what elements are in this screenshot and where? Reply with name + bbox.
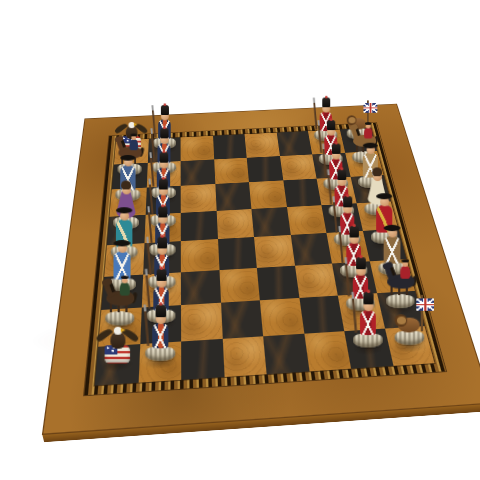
square-d4[interactable] <box>216 209 254 239</box>
product-photo-stage <box>0 0 480 480</box>
square-b4[interactable] <box>214 157 249 184</box>
square-e3[interactable] <box>181 239 219 272</box>
black-pawn-h7[interactable] <box>349 288 388 347</box>
square-c6[interactable] <box>283 179 321 207</box>
square-a3[interactable] <box>181 136 214 161</box>
square-b6[interactable] <box>279 154 316 180</box>
white-pawn-h2[interactable] <box>140 301 179 361</box>
square-c3[interactable] <box>181 184 216 213</box>
square-e5[interactable] <box>254 235 294 268</box>
board-front-edge <box>42 403 480 443</box>
square-f6[interactable] <box>294 263 337 298</box>
square-f3[interactable] <box>181 270 221 305</box>
square-f4[interactable] <box>219 267 260 302</box>
square-h3[interactable] <box>181 338 224 380</box>
square-b3[interactable] <box>181 159 215 186</box>
square-c5[interactable] <box>249 180 286 208</box>
square-f5[interactable] <box>257 265 299 300</box>
square-c4[interactable] <box>215 182 251 210</box>
white-rook-h1[interactable] <box>98 299 137 364</box>
perspective-scene <box>0 0 480 480</box>
square-b5[interactable] <box>247 156 283 182</box>
square-a4[interactable] <box>213 134 247 159</box>
square-h6[interactable] <box>304 331 351 372</box>
square-d3[interactable] <box>181 211 218 242</box>
chess-board <box>42 104 480 435</box>
square-e6[interactable] <box>290 233 332 265</box>
square-h5[interactable] <box>263 333 309 374</box>
square-h4[interactable] <box>222 336 266 377</box>
black-rook-h8[interactable] <box>390 292 429 344</box>
square-e4[interactable] <box>218 237 257 270</box>
